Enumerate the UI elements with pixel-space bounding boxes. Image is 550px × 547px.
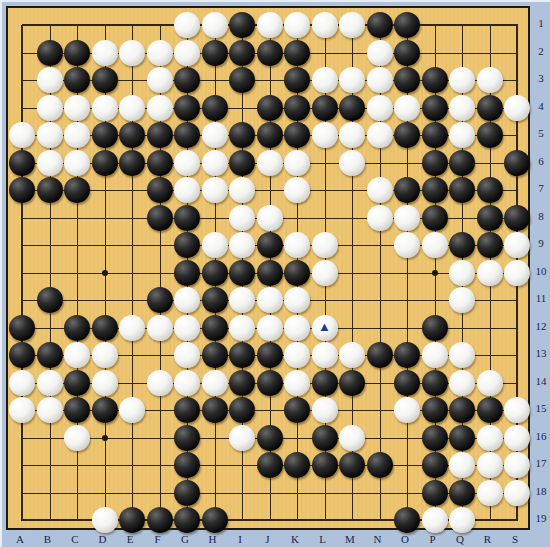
row-label-9: 9 — [538, 237, 544, 249]
white-stone-H14[interactable] — [202, 370, 228, 396]
black-stone-E6[interactable] — [119, 150, 145, 176]
white-stone-S4[interactable] — [504, 95, 530, 121]
white-stone-I16[interactable] — [229, 425, 255, 451]
white-stone-N8[interactable] — [367, 205, 393, 231]
column-label-G: G — [181, 533, 189, 545]
white-stone-E2[interactable] — [119, 40, 145, 66]
white-stone-G13[interactable] — [174, 342, 200, 368]
row-label-2: 2 — [538, 45, 544, 57]
white-stone-L13[interactable] — [312, 342, 338, 368]
black-stone-Q18[interactable] — [449, 480, 475, 506]
black-stone-R7[interactable] — [477, 177, 503, 203]
column-label-H: H — [209, 533, 217, 545]
white-stone-K14[interactable] — [284, 370, 310, 396]
white-stone-R3[interactable] — [477, 67, 503, 93]
black-stone-B13[interactable] — [37, 342, 63, 368]
black-stone-R8[interactable] — [477, 205, 503, 231]
black-stone-D6[interactable] — [92, 150, 118, 176]
white-stone-I9[interactable] — [229, 232, 255, 258]
white-stone-R16[interactable] — [477, 425, 503, 451]
black-stone-F19[interactable] — [147, 507, 173, 533]
white-stone-R18[interactable] — [477, 480, 503, 506]
white-stone-S16[interactable] — [504, 425, 530, 451]
black-stone-Q9[interactable] — [449, 232, 475, 258]
black-stone-G3[interactable] — [174, 67, 200, 93]
black-stone-K2[interactable] — [284, 40, 310, 66]
black-stone-O5[interactable] — [394, 122, 420, 148]
white-stone-A5[interactable] — [9, 122, 35, 148]
white-stone-E12[interactable] — [119, 315, 145, 341]
black-stone-J2[interactable] — [257, 40, 283, 66]
black-stone-I1[interactable] — [229, 12, 255, 38]
black-stone-I15[interactable] — [229, 397, 255, 423]
black-stone-C14[interactable] — [64, 370, 90, 396]
white-stone-C13[interactable] — [64, 342, 90, 368]
white-stone-K11[interactable] — [284, 287, 310, 313]
black-stone-R15[interactable] — [477, 397, 503, 423]
white-stone-C16[interactable] — [64, 425, 90, 451]
black-stone-J16[interactable] — [257, 425, 283, 451]
black-stone-N17[interactable] — [367, 452, 393, 478]
white-stone-R10[interactable] — [477, 260, 503, 286]
black-stone-K4[interactable] — [284, 95, 310, 121]
black-stone-B2[interactable] — [37, 40, 63, 66]
white-stone-Q13[interactable] — [449, 342, 475, 368]
black-stone-K5[interactable] — [284, 122, 310, 148]
white-stone-S9[interactable] — [504, 232, 530, 258]
white-stone-G2[interactable] — [174, 40, 200, 66]
black-stone-O19[interactable] — [394, 507, 420, 533]
black-stone-P16[interactable] — [422, 425, 448, 451]
row-label-7: 7 — [538, 182, 544, 194]
black-stone-J10[interactable] — [257, 260, 283, 286]
column-label-D: D — [99, 533, 107, 545]
black-stone-Q6[interactable] — [449, 150, 475, 176]
black-stone-F7[interactable] — [147, 177, 173, 203]
black-stone-N1[interactable] — [367, 12, 393, 38]
black-stone-M14[interactable] — [339, 370, 365, 396]
white-stone-E15[interactable] — [119, 397, 145, 423]
black-stone-D5[interactable] — [92, 122, 118, 148]
white-stone-F3[interactable] — [147, 67, 173, 93]
black-stone-D15[interactable] — [92, 397, 118, 423]
column-label-N: N — [374, 533, 382, 545]
row-label-19: 19 — [536, 512, 547, 524]
white-stone-J8[interactable] — [257, 205, 283, 231]
white-stone-G7[interactable] — [174, 177, 200, 203]
black-stone-G8[interactable] — [174, 205, 200, 231]
column-label-S: S — [512, 533, 518, 545]
white-stone-B6[interactable] — [37, 150, 63, 176]
black-stone-I3[interactable] — [229, 67, 255, 93]
white-stone-J6[interactable] — [257, 150, 283, 176]
white-stone-F12[interactable] — [147, 315, 173, 341]
black-stone-C15[interactable] — [64, 397, 90, 423]
column-label-J: J — [265, 533, 269, 545]
black-stone-K10[interactable] — [284, 260, 310, 286]
black-stone-O2[interactable] — [394, 40, 420, 66]
white-stone-N2[interactable] — [367, 40, 393, 66]
white-stone-B14[interactable] — [37, 370, 63, 396]
black-stone-H19[interactable] — [202, 507, 228, 533]
black-stone-P15[interactable] — [422, 397, 448, 423]
black-stone-P17[interactable] — [422, 452, 448, 478]
last-move-triangle-marker: ▲ — [318, 320, 331, 333]
row-label-8: 8 — [538, 210, 544, 222]
black-stone-L4[interactable] — [312, 95, 338, 121]
black-stone-O3[interactable] — [394, 67, 420, 93]
white-stone-Q11[interactable] — [449, 287, 475, 313]
white-stone-L12[interactable]: ▲ — [312, 315, 338, 341]
white-stone-I8[interactable] — [229, 205, 255, 231]
column-label-R: R — [484, 533, 491, 545]
white-stone-L5[interactable] — [312, 122, 338, 148]
black-stone-N13[interactable] — [367, 342, 393, 368]
black-stone-C2[interactable] — [64, 40, 90, 66]
black-stone-R5[interactable] — [477, 122, 503, 148]
white-stone-S15[interactable] — [504, 397, 530, 423]
black-stone-G4[interactable] — [174, 95, 200, 121]
white-stone-G6[interactable] — [174, 150, 200, 176]
black-stone-L14[interactable] — [312, 370, 338, 396]
white-stone-B3[interactable] — [37, 67, 63, 93]
black-stone-J14[interactable] — [257, 370, 283, 396]
column-label-I: I — [238, 533, 242, 545]
black-stone-H15[interactable] — [202, 397, 228, 423]
black-stone-F11[interactable] — [147, 287, 173, 313]
white-stone-G12[interactable] — [174, 315, 200, 341]
white-stone-Q17[interactable] — [449, 452, 475, 478]
black-stone-G9[interactable] — [174, 232, 200, 258]
row-label-17: 17 — [536, 457, 547, 469]
black-stone-J13[interactable] — [257, 342, 283, 368]
white-stone-F14[interactable] — [147, 370, 173, 396]
black-stone-C3[interactable] — [64, 67, 90, 93]
black-stone-I10[interactable] — [229, 260, 255, 286]
black-stone-D12[interactable] — [92, 315, 118, 341]
black-stone-G5[interactable] — [174, 122, 200, 148]
white-stone-H5[interactable] — [202, 122, 228, 148]
white-stone-R17[interactable] — [477, 452, 503, 478]
white-stone-B4[interactable] — [37, 95, 63, 121]
black-stone-G19[interactable] — [174, 507, 200, 533]
black-stone-E19[interactable] — [119, 507, 145, 533]
hoshi-point — [102, 270, 108, 276]
white-stone-J1[interactable] — [257, 12, 283, 38]
black-stone-P5[interactable] — [422, 122, 448, 148]
white-stone-S17[interactable] — [504, 452, 530, 478]
white-stone-P9[interactable] — [422, 232, 448, 258]
black-stone-H2[interactable] — [202, 40, 228, 66]
white-stone-G14[interactable] — [174, 370, 200, 396]
white-stone-J12[interactable] — [257, 315, 283, 341]
black-stone-P12[interactable] — [422, 315, 448, 341]
white-stone-Q19[interactable] — [449, 507, 475, 533]
black-stone-D3[interactable] — [92, 67, 118, 93]
white-stone-N7[interactable] — [367, 177, 393, 203]
black-stone-P4[interactable] — [422, 95, 448, 121]
white-stone-D14[interactable] — [92, 370, 118, 396]
white-stone-S18[interactable] — [504, 480, 530, 506]
white-stone-K6[interactable] — [284, 150, 310, 176]
row-label-16: 16 — [536, 430, 547, 442]
white-stone-N5[interactable] — [367, 122, 393, 148]
black-stone-H10[interactable] — [202, 260, 228, 286]
black-stone-I5[interactable] — [229, 122, 255, 148]
white-stone-C6[interactable] — [64, 150, 90, 176]
black-stone-J5[interactable] — [257, 122, 283, 148]
black-stone-A12[interactable] — [9, 315, 35, 341]
black-stone-M4[interactable] — [339, 95, 365, 121]
white-stone-H1[interactable] — [202, 12, 228, 38]
white-stone-M6[interactable] — [339, 150, 365, 176]
black-stone-F8[interactable] — [147, 205, 173, 231]
black-stone-J17[interactable] — [257, 452, 283, 478]
white-stone-D4[interactable] — [92, 95, 118, 121]
white-stone-O8[interactable] — [394, 205, 420, 231]
row-label-12: 12 — [536, 320, 547, 332]
column-label-Q: Q — [456, 533, 464, 545]
black-stone-G16[interactable] — [174, 425, 200, 451]
white-stone-M13[interactable] — [339, 342, 365, 368]
black-stone-H13[interactable] — [202, 342, 228, 368]
black-stone-G10[interactable] — [174, 260, 200, 286]
white-stone-L15[interactable] — [312, 397, 338, 423]
column-label-P: P — [429, 533, 435, 545]
white-stone-N4[interactable] — [367, 95, 393, 121]
black-stone-K3[interactable] — [284, 67, 310, 93]
black-stone-F5[interactable] — [147, 122, 173, 148]
black-stone-B11[interactable] — [37, 287, 63, 313]
black-stone-M17[interactable] — [339, 452, 365, 478]
white-stone-C5[interactable] — [64, 122, 90, 148]
white-stone-Q3[interactable] — [449, 67, 475, 93]
white-stone-Q10[interactable] — [449, 260, 475, 286]
black-stone-G18[interactable] — [174, 480, 200, 506]
black-stone-J9[interactable] — [257, 232, 283, 258]
row-label-15: 15 — [536, 402, 547, 414]
black-stone-C12[interactable] — [64, 315, 90, 341]
row-label-11: 11 — [536, 292, 547, 304]
black-stone-Q16[interactable] — [449, 425, 475, 451]
white-stone-K7[interactable] — [284, 177, 310, 203]
black-stone-A7[interactable] — [9, 177, 35, 203]
white-stone-O15[interactable] — [394, 397, 420, 423]
white-stone-K13[interactable] — [284, 342, 310, 368]
white-stone-K12[interactable] — [284, 315, 310, 341]
row-label-4: 4 — [538, 100, 544, 112]
white-stone-A14[interactable] — [9, 370, 35, 396]
white-stone-H7[interactable] — [202, 177, 228, 203]
white-stone-I12[interactable] — [229, 315, 255, 341]
column-label-F: F — [154, 533, 160, 545]
row-label-18: 18 — [536, 485, 547, 497]
black-stone-G17[interactable] — [174, 452, 200, 478]
black-stone-O13[interactable] — [394, 342, 420, 368]
white-stone-M1[interactable] — [339, 12, 365, 38]
white-stone-M5[interactable] — [339, 122, 365, 148]
white-stone-G11[interactable] — [174, 287, 200, 313]
white-stone-K9[interactable] — [284, 232, 310, 258]
white-stone-D2[interactable] — [92, 40, 118, 66]
black-stone-K17[interactable] — [284, 452, 310, 478]
white-stone-K1[interactable] — [284, 12, 310, 38]
white-stone-N3[interactable] — [367, 67, 393, 93]
black-stone-L16[interactable] — [312, 425, 338, 451]
white-stone-Q14[interactable] — [449, 370, 475, 396]
column-label-K: K — [291, 533, 299, 545]
row-label-6: 6 — [538, 155, 544, 167]
white-stone-C4[interactable] — [64, 95, 90, 121]
white-stone-P19[interactable] — [422, 507, 448, 533]
black-stone-R4[interactable] — [477, 95, 503, 121]
white-stone-D19[interactable] — [92, 507, 118, 533]
black-stone-H4[interactable] — [202, 95, 228, 121]
column-label-M: M — [345, 533, 355, 545]
white-stone-I11[interactable] — [229, 287, 255, 313]
column-label-C: C — [71, 533, 78, 545]
black-stone-H11[interactable] — [202, 287, 228, 313]
black-stone-L17[interactable] — [312, 452, 338, 478]
white-stone-L9[interactable] — [312, 232, 338, 258]
black-stone-C7[interactable] — [64, 177, 90, 203]
black-stone-P6[interactable] — [422, 150, 448, 176]
black-stone-A6[interactable] — [9, 150, 35, 176]
column-label-A: A — [16, 533, 24, 545]
column-label-L: L — [319, 533, 326, 545]
white-stone-O9[interactable] — [394, 232, 420, 258]
row-label-14: 14 — [536, 375, 547, 387]
black-stone-P8[interactable] — [422, 205, 448, 231]
white-stone-E4[interactable] — [119, 95, 145, 121]
row-label-1: 1 — [538, 17, 544, 29]
black-stone-K15[interactable] — [284, 397, 310, 423]
white-stone-B5[interactable] — [37, 122, 63, 148]
white-stone-S10[interactable] — [504, 260, 530, 286]
hoshi-point — [102, 435, 108, 441]
black-stone-O7[interactable] — [394, 177, 420, 203]
column-label-B: B — [44, 533, 51, 545]
white-stone-Q4[interactable] — [449, 95, 475, 121]
white-stone-D13[interactable] — [92, 342, 118, 368]
white-stone-J11[interactable] — [257, 287, 283, 313]
row-label-13: 13 — [536, 347, 547, 359]
black-stone-O14[interactable] — [394, 370, 420, 396]
column-label-E: E — [127, 533, 134, 545]
black-stone-I2[interactable] — [229, 40, 255, 66]
black-stone-I14[interactable] — [229, 370, 255, 396]
white-stone-L10[interactable] — [312, 260, 338, 286]
hoshi-point — [432, 270, 438, 276]
white-stone-M3[interactable] — [339, 67, 365, 93]
white-stone-Q5[interactable] — [449, 122, 475, 148]
black-stone-I6[interactable] — [229, 150, 255, 176]
row-label-3: 3 — [538, 72, 544, 84]
white-stone-M16[interactable] — [339, 425, 365, 451]
white-stone-L1[interactable] — [312, 12, 338, 38]
black-stone-P7[interactable] — [422, 177, 448, 203]
column-label-O: O — [401, 533, 409, 545]
white-stone-G1[interactable] — [174, 12, 200, 38]
black-stone-O1[interactable] — [394, 12, 420, 38]
black-stone-H12[interactable] — [202, 315, 228, 341]
black-stone-Q15[interactable] — [449, 397, 475, 423]
black-stone-B7[interactable] — [37, 177, 63, 203]
black-stone-G15[interactable] — [174, 397, 200, 423]
row-label-10: 10 — [536, 265, 547, 277]
white-stone-P13[interactable] — [422, 342, 448, 368]
black-stone-J4[interactable] — [257, 95, 283, 121]
black-stone-E5[interactable] — [119, 122, 145, 148]
white-stone-F2[interactable] — [147, 40, 173, 66]
white-stone-R14[interactable] — [477, 370, 503, 396]
white-stone-O4[interactable] — [394, 95, 420, 121]
go-game-window: ▲ ABCDEFGHIJKLMNOPQRS1234567891011121314… — [0, 0, 550, 547]
black-stone-Q7[interactable] — [449, 177, 475, 203]
black-stone-P14[interactable] — [422, 370, 448, 396]
black-stone-R9[interactable] — [477, 232, 503, 258]
black-stone-S6[interactable] — [504, 150, 530, 176]
white-stone-H9[interactable] — [202, 232, 228, 258]
black-stone-I13[interactable] — [229, 342, 255, 368]
white-stone-B15[interactable] — [37, 397, 63, 423]
white-stone-F4[interactable] — [147, 95, 173, 121]
black-stone-P18[interactable] — [422, 480, 448, 506]
white-stone-I7[interactable] — [229, 177, 255, 203]
white-stone-L3[interactable] — [312, 67, 338, 93]
black-stone-P3[interactable] — [422, 67, 448, 93]
white-stone-H6[interactable] — [202, 150, 228, 176]
black-stone-A13[interactable] — [9, 342, 35, 368]
black-stone-F6[interactable] — [147, 150, 173, 176]
row-label-5: 5 — [538, 127, 544, 139]
white-stone-A15[interactable] — [9, 397, 35, 423]
black-stone-S8[interactable] — [504, 205, 530, 231]
go-board[interactable]: ▲ — [6, 6, 530, 530]
